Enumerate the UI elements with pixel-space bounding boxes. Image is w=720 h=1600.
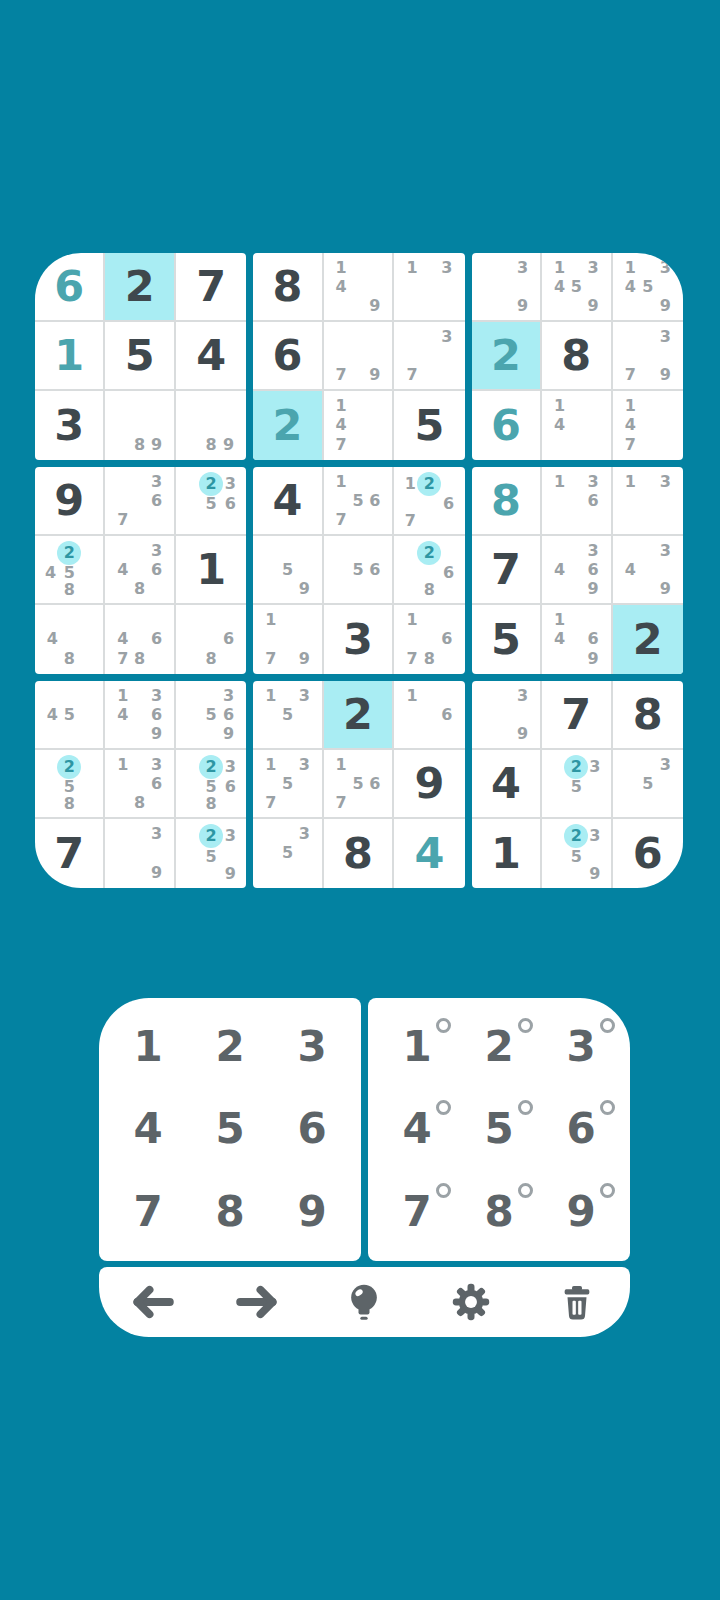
cell-r7c9[interactable]: 8 bbox=[613, 681, 683, 750]
notepad-button-1[interactable]: 1 bbox=[376, 1006, 458, 1088]
note-digit: 6 bbox=[151, 562, 162, 578]
pad-digit: 8 bbox=[484, 1191, 513, 1233]
cell-r4c3[interactable]: 2356 bbox=[176, 467, 246, 536]
cell-r5c8[interactable]: 3469 bbox=[542, 536, 612, 605]
note-digit: 8 bbox=[134, 581, 145, 597]
box-4: 9367235624583468148467868 bbox=[35, 467, 246, 674]
note-digit: 9 bbox=[225, 866, 236, 882]
cell-r6c8[interactable]: 1469 bbox=[542, 605, 612, 674]
cell-notes: 35 bbox=[622, 755, 674, 812]
note-digit: 3 bbox=[151, 474, 162, 490]
box-7: 451346935692581368235687392359 bbox=[35, 681, 246, 888]
placed-digit: 6 bbox=[491, 404, 521, 447]
cell-r3c6[interactable]: 5 bbox=[394, 391, 464, 460]
cell-r2c8[interactable]: 8 bbox=[542, 322, 612, 391]
given-digit: 3 bbox=[54, 404, 84, 447]
cell-r8c4[interactable]: 1357 bbox=[253, 750, 323, 819]
note-digit: 3 bbox=[225, 759, 236, 775]
cell-r6c2[interactable]: 4678 bbox=[105, 605, 175, 674]
note-digit: 3 bbox=[151, 543, 162, 559]
notepad-button-4[interactable]: 4 bbox=[376, 1088, 458, 1170]
note-digit: 5 bbox=[571, 779, 582, 795]
cell-r7c7[interactable]: 39 bbox=[472, 681, 542, 750]
note-digit: 5 bbox=[282, 562, 293, 578]
given-digit: 7 bbox=[491, 548, 521, 591]
settings-button[interactable] bbox=[441, 1272, 501, 1332]
pad-digit: 6 bbox=[566, 1108, 595, 1150]
note-digit: 6 bbox=[225, 496, 236, 512]
numpad-button-5[interactable]: 5 bbox=[189, 1088, 271, 1170]
cell-r5c9[interactable]: 349 bbox=[613, 536, 683, 605]
note-digit-highlighted: 2 bbox=[199, 755, 223, 779]
note-digit: 1 bbox=[336, 757, 347, 773]
cell-r8c9[interactable]: 35 bbox=[613, 750, 683, 819]
sudoku-board: 6271543898981491367937214753913459134592… bbox=[35, 253, 683, 888]
cell-notes: 79 bbox=[333, 327, 383, 384]
cell-r8c1[interactable]: 258 bbox=[35, 750, 105, 819]
undo-arrow-icon bbox=[126, 1282, 178, 1322]
note-digit: 7 bbox=[625, 437, 636, 453]
cell-r9c8[interactable]: 2359 bbox=[542, 819, 612, 888]
cell-r2c3[interactable]: 4 bbox=[176, 322, 246, 391]
cell-notes: 1567 bbox=[333, 755, 383, 812]
note-digit: 9 bbox=[299, 651, 310, 667]
notepad-button-6[interactable]: 6 bbox=[540, 1088, 622, 1170]
cell-r3c8[interactable]: 14 bbox=[542, 391, 612, 460]
cell-r5c5[interactable]: 56 bbox=[324, 536, 394, 605]
note-ring-icon bbox=[600, 1100, 615, 1115]
cell-notes: 13469 bbox=[114, 686, 164, 743]
given-digit: 8 bbox=[561, 334, 591, 377]
note-digit: 5 bbox=[64, 565, 75, 581]
cell-r4c4[interactable]: 4 bbox=[253, 467, 323, 536]
cell-notes: 2458 bbox=[44, 541, 94, 598]
hint-button[interactable] bbox=[334, 1272, 394, 1332]
note-digit: 5 bbox=[642, 279, 653, 295]
cell-r9c1[interactable]: 7 bbox=[35, 819, 105, 888]
note-digit: 5 bbox=[352, 493, 363, 509]
note-digit-highlighted: 2 bbox=[199, 824, 223, 848]
pad-digit: 8 bbox=[215, 1191, 244, 1233]
pad-digit: 3 bbox=[297, 1026, 326, 1068]
note-digit: 3 bbox=[517, 688, 528, 704]
cell-notes: 258 bbox=[44, 755, 94, 812]
cell-r5c4[interactable]: 59 bbox=[253, 536, 323, 605]
note-digit: 4 bbox=[117, 631, 128, 647]
note-ring-icon bbox=[518, 1018, 533, 1033]
note-digit: 6 bbox=[369, 776, 380, 792]
note-digit: 6 bbox=[151, 776, 162, 792]
note-digit: 6 bbox=[151, 707, 162, 723]
note-digit: 4 bbox=[554, 631, 565, 647]
note-digit: 7 bbox=[336, 512, 347, 528]
notepad-button-7[interactable]: 7 bbox=[376, 1171, 458, 1253]
note-digit: 5 bbox=[206, 496, 217, 512]
note-digit: 3 bbox=[588, 474, 599, 490]
cell-r5c6[interactable]: 268 bbox=[394, 536, 464, 605]
cell-r4c1[interactable]: 9 bbox=[35, 467, 105, 536]
numpad-button-6[interactable]: 6 bbox=[271, 1088, 353, 1170]
note-digit: 1 bbox=[265, 688, 276, 704]
cell-notes: 39 bbox=[114, 824, 164, 883]
note-digit: 3 bbox=[441, 260, 452, 276]
note-digit: 1 bbox=[406, 612, 417, 628]
cell-r6c7[interactable]: 5 bbox=[472, 605, 542, 674]
pad-digit: 1 bbox=[402, 1026, 431, 1068]
cell-r4c2[interactable]: 367 bbox=[105, 467, 175, 536]
cell-r9c3[interactable]: 2359 bbox=[176, 819, 246, 888]
pad-digit: 2 bbox=[215, 1026, 244, 1068]
redo-button[interactable] bbox=[228, 1272, 288, 1332]
note-digit: 7 bbox=[625, 367, 636, 383]
notepad-button-8[interactable]: 8 bbox=[458, 1171, 540, 1253]
note-digit: 4 bbox=[117, 707, 128, 723]
box-5: 415671267595626817931678 bbox=[253, 467, 464, 674]
note-digit: 7 bbox=[117, 512, 128, 528]
cell-notes: 4678 bbox=[114, 610, 164, 669]
cell-r3c2[interactable]: 89 bbox=[105, 391, 175, 460]
cell-notes: 68 bbox=[185, 610, 237, 669]
cell-notes: 1678 bbox=[403, 610, 455, 669]
cell-r5c3[interactable]: 1 bbox=[176, 536, 246, 605]
note-digit: 8 bbox=[424, 582, 435, 598]
note-digit: 3 bbox=[151, 757, 162, 773]
pad-digit: 1 bbox=[133, 1026, 162, 1068]
given-digit: 8 bbox=[343, 832, 373, 875]
note-digit: 3 bbox=[660, 329, 671, 345]
note-digit: 3 bbox=[151, 826, 162, 842]
cell-r8c8[interactable]: 235 bbox=[542, 750, 612, 819]
note-digit: 9 bbox=[151, 437, 162, 453]
note-digit: 1 bbox=[405, 476, 416, 492]
note-digit: 1 bbox=[406, 260, 417, 276]
undo-button[interactable] bbox=[122, 1272, 182, 1332]
note-digit: 5 bbox=[282, 845, 293, 861]
notepad-button-5[interactable]: 5 bbox=[458, 1088, 540, 1170]
note-digit-highlighted: 2 bbox=[564, 824, 588, 848]
note-digit: 6 bbox=[369, 493, 380, 509]
cell-r2c5[interactable]: 79 bbox=[324, 322, 394, 391]
numpad-button-1[interactable]: 1 bbox=[107, 1006, 189, 1088]
placed-digit: 8 bbox=[491, 479, 521, 522]
cell-r3c7[interactable]: 6 bbox=[472, 391, 542, 460]
note-digit: 1 bbox=[117, 688, 128, 704]
note-digit: 6 bbox=[441, 707, 452, 723]
cell-r9c5[interactable]: 8 bbox=[324, 819, 394, 888]
cell-r2c9[interactable]: 379 bbox=[613, 322, 683, 391]
notepad-button-3[interactable]: 3 bbox=[540, 1006, 622, 1088]
cell-notes: 235 bbox=[551, 755, 601, 812]
cell-r4c5[interactable]: 1567 bbox=[324, 467, 394, 536]
note-digit: 5 bbox=[64, 707, 75, 723]
erase-button[interactable] bbox=[547, 1272, 607, 1332]
cell-r9c9[interactable]: 6 bbox=[613, 819, 683, 888]
cell-r8c5[interactable]: 1567 bbox=[324, 750, 394, 819]
note-digit: 6 bbox=[441, 631, 452, 647]
cell-r2c1[interactable]: 1 bbox=[35, 322, 105, 391]
note-digit: 3 bbox=[588, 260, 599, 276]
numpad-button-9[interactable]: 9 bbox=[271, 1171, 353, 1253]
cell-r1c7[interactable]: 39 bbox=[472, 253, 542, 322]
cell-r1c9[interactable]: 13459 bbox=[613, 253, 683, 322]
notepad-button-9[interactable]: 9 bbox=[540, 1171, 622, 1253]
note-digit: 6 bbox=[443, 565, 454, 581]
cell-notes: 1357 bbox=[262, 755, 312, 812]
cell-notes: 89 bbox=[114, 396, 164, 455]
cell-notes: 13459 bbox=[622, 258, 674, 315]
cell-r9c6[interactable]: 4 bbox=[394, 819, 464, 888]
cell-r3c3[interactable]: 89 bbox=[176, 391, 246, 460]
cell-r6c5[interactable]: 3 bbox=[324, 605, 394, 674]
numpad-button-7[interactable]: 7 bbox=[107, 1171, 189, 1253]
note-digit: 3 bbox=[660, 260, 671, 276]
toolbar bbox=[99, 1267, 630, 1337]
note-digit: 9 bbox=[369, 298, 380, 314]
note-digit: 6 bbox=[369, 562, 380, 578]
note-digit: 1 bbox=[265, 757, 276, 773]
given-digit: 6 bbox=[273, 334, 303, 377]
cell-r4c7[interactable]: 8 bbox=[472, 467, 542, 536]
note-digit: 7 bbox=[265, 795, 276, 811]
note-digit: 4 bbox=[625, 279, 636, 295]
note-digit: 9 bbox=[588, 298, 599, 314]
given-digit: 1 bbox=[491, 832, 521, 875]
note-digit: 1 bbox=[554, 398, 565, 414]
cell-notes: 349 bbox=[622, 541, 674, 598]
note-digit: 1 bbox=[554, 474, 565, 490]
note-digit: 9 bbox=[369, 367, 380, 383]
cell-r1c3[interactable]: 7 bbox=[176, 253, 246, 322]
cell-r1c1[interactable]: 6 bbox=[35, 253, 105, 322]
cell-notes: 3468 bbox=[114, 541, 164, 598]
note-digit: 9 bbox=[660, 367, 671, 383]
cell-r6c1[interactable]: 48 bbox=[35, 605, 105, 674]
cell-r5c7[interactable]: 7 bbox=[472, 536, 542, 605]
given-digit: 5 bbox=[125, 334, 155, 377]
box-9: 3978423535123596 bbox=[472, 681, 683, 888]
notepad-button-2[interactable]: 2 bbox=[458, 1006, 540, 1088]
cell-r3c4[interactable]: 2 bbox=[253, 391, 323, 460]
cell-notes: 23568 bbox=[185, 755, 237, 812]
note-digit: 8 bbox=[424, 651, 435, 667]
cell-notes: 135 bbox=[262, 686, 312, 743]
given-digit: 5 bbox=[491, 618, 521, 661]
note-digit: 1 bbox=[625, 474, 636, 490]
pad-digit: 6 bbox=[297, 1108, 326, 1150]
cell-r6c6[interactable]: 1678 bbox=[394, 605, 464, 674]
cell-r7c1[interactable]: 45 bbox=[35, 681, 105, 750]
note-digit: 8 bbox=[206, 651, 217, 667]
note-digit: 1 bbox=[625, 398, 636, 414]
note-digit-highlighted: 2 bbox=[57, 541, 81, 565]
pad-digit: 3 bbox=[566, 1026, 595, 1068]
given-digit: 7 bbox=[196, 265, 226, 308]
numpad-button-2[interactable]: 2 bbox=[189, 1006, 271, 1088]
placed-digit: 1 bbox=[54, 334, 84, 377]
note-digit: 1 bbox=[554, 260, 565, 276]
cell-r8c2[interactable]: 1368 bbox=[105, 750, 175, 819]
note-ring-icon bbox=[600, 1183, 615, 1198]
cell-r3c9[interactable]: 147 bbox=[613, 391, 683, 460]
pad-digit: 7 bbox=[402, 1191, 431, 1233]
note-digit: 3 bbox=[517, 260, 528, 276]
note-digit: 4 bbox=[336, 417, 347, 433]
pad-digit: 5 bbox=[215, 1108, 244, 1150]
note-digit: 6 bbox=[225, 779, 236, 795]
note-digit: 5 bbox=[352, 562, 363, 578]
note-digit: 6 bbox=[223, 631, 234, 647]
given-digit: 4 bbox=[196, 334, 226, 377]
cell-r6c3[interactable]: 68 bbox=[176, 605, 246, 674]
cell-r7c5[interactable]: 2 bbox=[324, 681, 394, 750]
note-ring-icon bbox=[436, 1100, 451, 1115]
lightbulb-icon bbox=[342, 1280, 386, 1324]
note-digit: 9 bbox=[588, 651, 599, 667]
note-digit: 3 bbox=[588, 543, 599, 559]
note-digit: 4 bbox=[554, 562, 565, 578]
note-digit: 5 bbox=[352, 776, 363, 792]
numpad-button-3[interactable]: 3 bbox=[271, 1006, 353, 1088]
pad-digit: 4 bbox=[133, 1108, 162, 1150]
cell-r3c1[interactable]: 3 bbox=[35, 391, 105, 460]
note-digit: 1 bbox=[554, 612, 565, 628]
cell-notes: 136 bbox=[551, 472, 601, 529]
box-2: 8149136793721475 bbox=[253, 253, 464, 460]
cell-r6c9[interactable]: 2 bbox=[613, 605, 683, 674]
cell-r3c5[interactable]: 147 bbox=[324, 391, 394, 460]
cell-notes: 1469 bbox=[551, 610, 601, 669]
cell-notes: 14 bbox=[551, 396, 601, 455]
pad-digit: 9 bbox=[566, 1191, 595, 1233]
placed-digit: 6 bbox=[54, 265, 84, 308]
note-digit-highlighted: 2 bbox=[417, 472, 441, 496]
cell-notes: 39 bbox=[481, 686, 531, 743]
numpad-button-8[interactable]: 8 bbox=[189, 1171, 271, 1253]
note-digit: 8 bbox=[206, 437, 217, 453]
cell-notes: 59 bbox=[262, 541, 312, 598]
cell-r7c3[interactable]: 3569 bbox=[176, 681, 246, 750]
note-digit: 3 bbox=[441, 329, 452, 345]
note-digit: 1 bbox=[625, 260, 636, 276]
note-digit: 8 bbox=[64, 582, 75, 598]
given-digit: 8 bbox=[633, 693, 663, 736]
cell-notes: 13 bbox=[622, 472, 674, 529]
placed-digit: 2 bbox=[273, 404, 303, 447]
note-digit: 8 bbox=[64, 651, 75, 667]
cell-notes: 367 bbox=[114, 472, 164, 529]
note-digit: 9 bbox=[299, 581, 310, 597]
note-digit: 9 bbox=[151, 726, 162, 742]
note-digit: 6 bbox=[443, 496, 454, 512]
note-digit: 1 bbox=[117, 757, 128, 773]
notes-pad: 123456789 bbox=[368, 998, 630, 1261]
given-digit: 6 bbox=[633, 832, 663, 875]
cell-notes: 1267 bbox=[403, 472, 455, 529]
note-digit: 3 bbox=[299, 757, 310, 773]
note-digit: 9 bbox=[660, 581, 671, 597]
cell-r2c4[interactable]: 6 bbox=[253, 322, 323, 391]
note-digit: 6 bbox=[588, 493, 599, 509]
cell-r4c8[interactable]: 136 bbox=[542, 467, 612, 536]
note-digit: 3 bbox=[589, 759, 600, 775]
cell-r4c6[interactable]: 1267 bbox=[394, 467, 464, 536]
note-digit: 3 bbox=[660, 543, 671, 559]
note-digit: 3 bbox=[299, 688, 310, 704]
note-digit: 7 bbox=[336, 367, 347, 383]
cell-r7c8[interactable]: 7 bbox=[542, 681, 612, 750]
note-digit: 7 bbox=[117, 651, 128, 667]
cell-r2c2[interactable]: 5 bbox=[105, 322, 175, 391]
note-digit: 3 bbox=[299, 826, 310, 842]
cell-r2c7[interactable]: 2 bbox=[472, 322, 542, 391]
given-digit: 9 bbox=[54, 479, 84, 522]
cell-r1c6[interactable]: 13 bbox=[394, 253, 464, 322]
note-digit-highlighted: 2 bbox=[417, 541, 441, 565]
note-digit: 4 bbox=[554, 417, 565, 433]
note-digit: 4 bbox=[554, 279, 565, 295]
note-digit: 3 bbox=[223, 688, 234, 704]
cell-r9c4[interactable]: 35 bbox=[253, 819, 323, 888]
cell-notes: 379 bbox=[622, 327, 674, 384]
cell-notes: 1567 bbox=[333, 472, 383, 529]
note-digit: 8 bbox=[134, 795, 145, 811]
note-digit: 5 bbox=[571, 849, 582, 865]
cell-r7c4[interactable]: 135 bbox=[253, 681, 323, 750]
given-digit: 2 bbox=[343, 693, 373, 736]
box-3: 39134591345928379614147 bbox=[472, 253, 683, 460]
note-digit: 4 bbox=[625, 417, 636, 433]
given-digit: 1 bbox=[196, 548, 226, 591]
note-digit: 3 bbox=[660, 757, 671, 773]
gear-icon bbox=[450, 1281, 492, 1323]
cell-r5c2[interactable]: 3468 bbox=[105, 536, 175, 605]
cell-r8c3[interactable]: 23568 bbox=[176, 750, 246, 819]
cell-r1c5[interactable]: 149 bbox=[324, 253, 394, 322]
placed-digit: 2 bbox=[491, 334, 521, 377]
number-pad: 123456789 bbox=[99, 998, 361, 1261]
note-digit: 3 bbox=[660, 474, 671, 490]
redo-arrow-icon bbox=[232, 1282, 284, 1322]
note-digit: 5 bbox=[642, 776, 653, 792]
note-digit: 1 bbox=[336, 474, 347, 490]
cell-r4c9[interactable]: 13 bbox=[613, 467, 683, 536]
cell-r7c6[interactable]: 16 bbox=[394, 681, 464, 750]
cell-r7c2[interactable]: 13469 bbox=[105, 681, 175, 750]
cell-r1c2[interactable]: 2 bbox=[105, 253, 175, 322]
note-ring-icon bbox=[600, 1018, 615, 1033]
cell-r9c7[interactable]: 1 bbox=[472, 819, 542, 888]
cell-notes: 45 bbox=[44, 686, 94, 743]
cell-r8c7[interactable]: 4 bbox=[472, 750, 542, 819]
note-digit: 9 bbox=[588, 581, 599, 597]
cell-r5c1[interactable]: 2458 bbox=[35, 536, 105, 605]
given-digit: 4 bbox=[273, 479, 303, 522]
cell-r9c2[interactable]: 39 bbox=[105, 819, 175, 888]
pad-digit: 7 bbox=[133, 1191, 162, 1233]
cell-r1c8[interactable]: 13459 bbox=[542, 253, 612, 322]
cell-notes: 1368 bbox=[114, 755, 164, 812]
pad-digit: 4 bbox=[402, 1108, 431, 1150]
cell-r6c4[interactable]: 179 bbox=[253, 605, 323, 674]
note-digit: 7 bbox=[336, 795, 347, 811]
cell-r8c6[interactable]: 9 bbox=[394, 750, 464, 819]
numpad-button-4[interactable]: 4 bbox=[107, 1088, 189, 1170]
given-digit: 2 bbox=[125, 265, 155, 308]
note-digit: 4 bbox=[47, 707, 58, 723]
note-digit: 5 bbox=[206, 707, 217, 723]
cell-r1c4[interactable]: 8 bbox=[253, 253, 323, 322]
cell-r2c6[interactable]: 37 bbox=[394, 322, 464, 391]
